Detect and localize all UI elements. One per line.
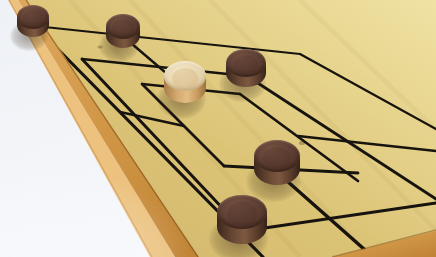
point-d7[interactable] bbox=[187, 0, 249, 37]
point-d2[interactable] bbox=[187, 184, 249, 221]
point-e5[interactable] bbox=[249, 73, 311, 110]
grid-blank-e2 bbox=[249, 184, 311, 221]
point-c4[interactable] bbox=[125, 110, 187, 147]
grid-blank-b5 bbox=[62, 73, 124, 110]
point-b4[interactable] bbox=[62, 110, 124, 147]
grid-blank-a2 bbox=[0, 184, 62, 221]
point-d6[interactable] bbox=[187, 37, 249, 74]
grid-blank-e1 bbox=[249, 220, 311, 257]
point-a4[interactable] bbox=[0, 110, 62, 147]
grid-blank-f3 bbox=[311, 147, 373, 184]
grid-blank-f1 bbox=[311, 220, 373, 257]
grid-blank-f5 bbox=[311, 73, 373, 110]
grid-blank-b7 bbox=[62, 0, 124, 37]
grid-blank-a3 bbox=[0, 147, 62, 184]
point-f4[interactable] bbox=[311, 110, 373, 147]
grid-blank-e7 bbox=[249, 0, 311, 37]
grid-blank-c7 bbox=[125, 0, 187, 37]
point-d3[interactable] bbox=[187, 147, 249, 184]
point-a1[interactable] bbox=[0, 220, 62, 257]
morris-board-photo: ●●●●●● bbox=[0, 0, 436, 257]
grid-blank-e6 bbox=[249, 37, 311, 74]
grid-blank-c1 bbox=[125, 220, 187, 257]
point-b2[interactable] bbox=[62, 184, 124, 221]
grid-blank-g5 bbox=[374, 73, 436, 110]
grid-blank-g6 bbox=[374, 37, 436, 74]
grid-blank-b3 bbox=[62, 147, 124, 184]
point-c3[interactable] bbox=[125, 147, 187, 184]
point-d5[interactable] bbox=[187, 73, 249, 110]
point-g7[interactable] bbox=[374, 0, 436, 37]
grid-blank-a5 bbox=[0, 73, 62, 110]
grid-blank-b1 bbox=[62, 220, 124, 257]
point-f6[interactable] bbox=[311, 37, 373, 74]
grid-blank-a6 bbox=[0, 37, 62, 74]
grid-blank-g3 bbox=[374, 147, 436, 184]
board-grid bbox=[0, 0, 436, 257]
grid-blank-c2 bbox=[125, 184, 187, 221]
grid-blank-c6 bbox=[125, 37, 187, 74]
grid-blank-g2 bbox=[374, 184, 436, 221]
point-a7[interactable] bbox=[0, 0, 62, 37]
point-f2[interactable] bbox=[311, 184, 373, 221]
point-b6[interactable] bbox=[62, 37, 124, 74]
grid-blank-d4 bbox=[187, 110, 249, 147]
point-g4[interactable] bbox=[374, 110, 436, 147]
point-c5[interactable] bbox=[125, 73, 187, 110]
point-e3[interactable] bbox=[249, 147, 311, 184]
point-e4[interactable] bbox=[249, 110, 311, 147]
point-d1[interactable] bbox=[187, 220, 249, 257]
point-g1[interactable] bbox=[374, 220, 436, 257]
grid-blank-f7 bbox=[311, 0, 373, 37]
